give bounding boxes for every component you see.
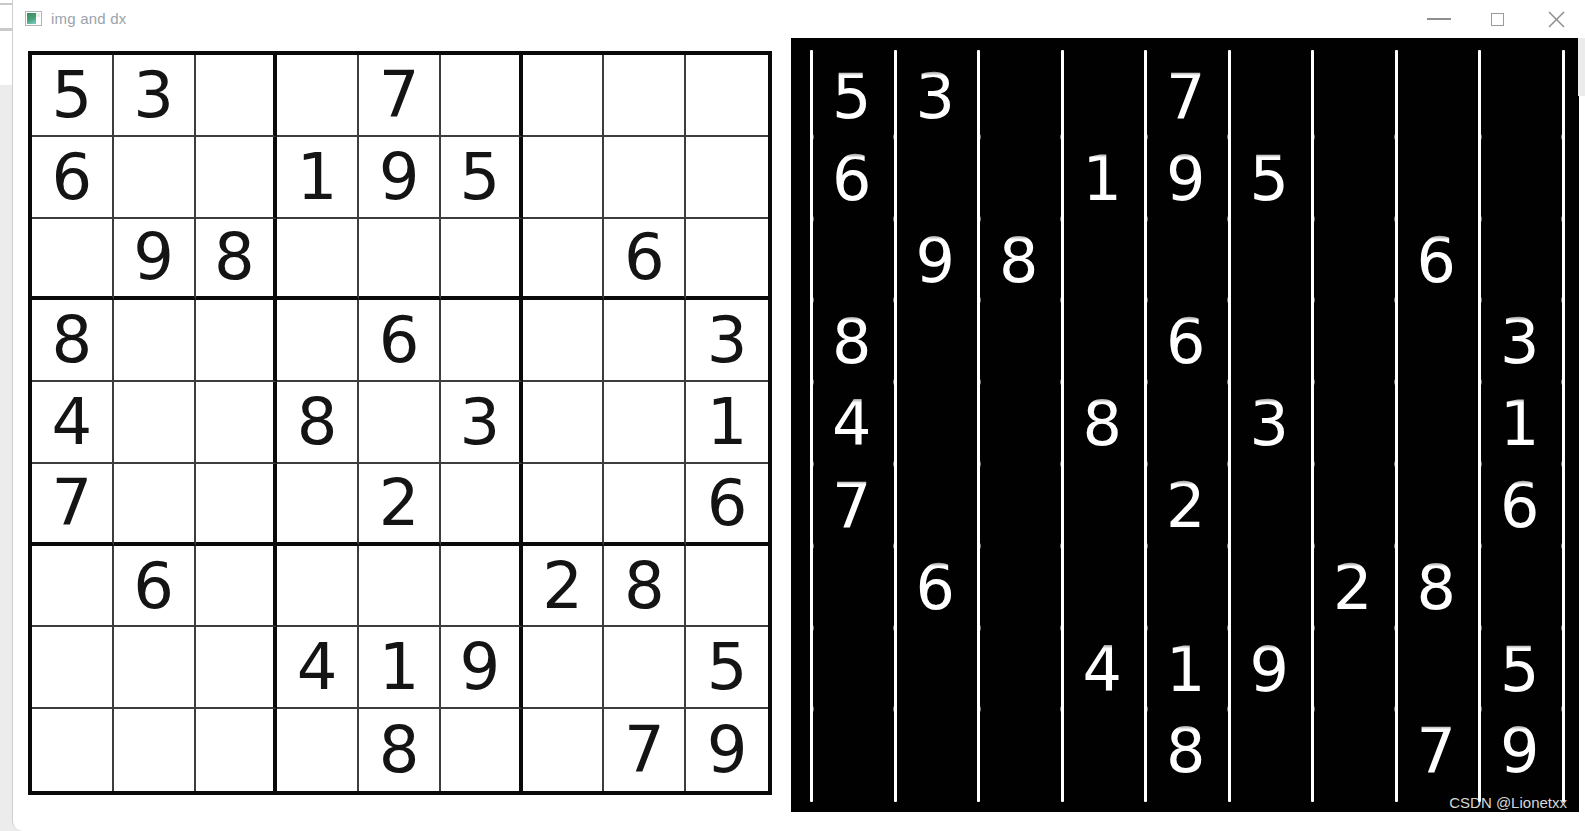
dx-digit-r8c5: 1 [1166,632,1205,705]
dx-edge-speck [1060,461,1064,467]
sudoku-cell-r5c7 [523,382,605,464]
dx-edge-speck [1060,625,1064,631]
app-image-icon-green [27,13,36,24]
dx-digit-r5c1: 4 [832,387,871,460]
dx-digit-r6c9: 6 [1500,468,1539,541]
dx-digit-r1c1: 5 [832,59,871,132]
dx-edge-speck [810,216,814,222]
dx-edge-speck [1478,706,1482,712]
dx-edge-speck [1060,379,1064,385]
sudoku-cell-r8c3 [196,627,278,709]
sudoku-cell-r7c3 [196,546,278,628]
dx-edge-speck [977,297,981,303]
sudoku-board: 537619598686348317266284195879 [28,51,772,795]
dx-edge-speck [977,625,981,631]
sudoku-cell-r6c8 [604,464,686,546]
sudoku-cell-r4c8 [604,300,686,382]
dx-edge-speck [1394,543,1398,549]
sudoku-cell-r5c4: 8 [277,382,359,464]
sudoku-cell-r2c7 [523,137,605,219]
dx-digit-r4c5: 6 [1166,305,1205,378]
sudoku-cell-r7c1 [32,546,114,628]
dx-edge-speck [1144,706,1148,712]
sudoku-cell-r6c2 [114,464,196,546]
sudoku-cell-r9c8: 7 [604,709,686,791]
sudoku-cell-r4c3 [196,300,278,382]
sudoku-cell-r8c5: 1 [359,627,441,709]
dx-edge-speck [1144,134,1148,140]
title-bar[interactable]: img and dx [13,0,1585,38]
dx-edge-speck [1394,134,1398,140]
sudoku-cell-r7c8: 8 [604,546,686,628]
sudoku-cell-r1c6 [441,55,523,137]
dx-edge-speck [1311,134,1315,140]
dx-edge-speck [1311,625,1315,631]
dx-digit-r4c9: 3 [1500,305,1539,378]
dx-edge-speck [1394,379,1398,385]
dx-digit-r8c4: 4 [1083,632,1122,705]
dx-edge-speck [1561,625,1565,631]
dx-grid-vline [977,50,980,802]
dx-digit-r8c9: 5 [1500,632,1539,705]
dx-digit-r6c1: 7 [832,468,871,541]
dx-digit-r3c3: 8 [999,223,1038,296]
dx-grid-vline [1311,50,1314,802]
dx-digit-r5c9: 1 [1500,387,1539,460]
dx-grid-vline [1228,50,1231,802]
dx-edge-speck [1478,134,1482,140]
window-title: img and dx [51,0,126,38]
sudoku-cell-r2c4: 1 [277,137,359,219]
sudoku-cell-r4c2 [114,300,196,382]
dx-digit-r1c2: 3 [916,59,955,132]
sudoku-cell-r8c8 [604,627,686,709]
dx-digit-r2c5: 9 [1166,141,1205,214]
dx-edge-speck [810,379,814,385]
close-icon [1548,11,1565,28]
minimize-icon [1427,18,1451,20]
dx-edge-speck [1561,461,1565,467]
sudoku-cell-r7c5 [359,546,441,628]
sudoku-cell-r5c6: 3 [441,382,523,464]
dx-digit-r4c1: 8 [832,305,871,378]
sudoku-cell-r6c1: 7 [32,464,114,546]
sudoku-cell-r1c5: 7 [359,55,441,137]
sudoku-cell-r6c5: 2 [359,464,441,546]
dx-edge-speck [1478,297,1482,303]
dx-edge-speck [1227,216,1231,222]
dx-edge-speck [1478,543,1482,549]
dx-edge-speck [1227,134,1231,140]
dx-edge-speck [1311,216,1315,222]
app-image-icon [25,11,42,26]
dx-grid-vline [1144,50,1147,802]
dx-edge-speck [1227,543,1231,549]
dx-edge-speck [810,297,814,303]
sudoku-cell-r4c9: 3 [686,300,768,382]
sudoku-cell-r2c2 [114,137,196,219]
sudoku-cell-r6c3 [196,464,278,546]
sudoku-cell-r4c6 [441,300,523,382]
dx-edge-speck [977,216,981,222]
dx-grid-vline [1478,50,1481,802]
sudoku-cell-r1c8 [604,55,686,137]
dx-edge-speck [1561,134,1565,140]
sudoku-cell-r9c3 [196,709,278,791]
sudoku-cell-r1c1: 5 [32,55,114,137]
sudoku-cell-r8c4: 4 [277,627,359,709]
sudoku-cell-r2c5: 9 [359,137,441,219]
dx-edge-speck [1227,625,1231,631]
sudoku-cell-r8c6: 9 [441,627,523,709]
sudoku-cell-r9c6 [441,709,523,791]
sudoku-cell-r4c5: 6 [359,300,441,382]
dx-edge-speck [1478,461,1482,467]
sudoku-cell-r3c5 [359,219,441,301]
dx-edge-speck [893,461,897,467]
dx-edge-speck [1144,379,1148,385]
dx-edge-speck [1144,216,1148,222]
sudoku-cell-r3c8: 6 [604,219,686,301]
sudoku-cell-r2c1: 6 [32,137,114,219]
sudoku-cell-r5c9: 1 [686,382,768,464]
window-controls [1409,0,1585,38]
sudoku-cell-r1c3 [196,55,278,137]
dx-edge-speck [893,625,897,631]
sudoku-cell-r6c4 [277,464,359,546]
dx-digit-r6c5: 2 [1166,468,1205,541]
close-button[interactable] [1527,0,1585,38]
dx-edge-speck [1561,379,1565,385]
dx-edge-speck [1144,543,1148,549]
dx-edge-speck [1144,461,1148,467]
sudoku-cell-r9c7 [523,709,605,791]
sudoku-cell-r5c1: 4 [32,382,114,464]
sudoku-cell-r6c6 [441,464,523,546]
dx-edge-speck [1060,216,1064,222]
dx-edge-speck [1227,461,1231,467]
sudoku-cell-r3c1 [32,219,114,301]
dx-edge-speck [1478,625,1482,631]
dx-edge-speck [1478,379,1482,385]
app-image-icon-highlight [36,13,40,17]
dx-digit-r5c6: 3 [1250,387,1289,460]
dx-edge-speck [1394,625,1398,631]
sudoku-cell-r4c4 [277,300,359,382]
sudoku-cell-r9c9: 9 [686,709,768,791]
dx-digit-r7c8: 8 [1417,550,1456,623]
dx-edge-speck [1311,706,1315,712]
sudoku-cell-r8c9: 5 [686,627,768,709]
minimize-button[interactable] [1409,0,1468,38]
sudoku-cell-r8c2 [114,627,196,709]
dx-edge-speck [977,543,981,549]
dx-edge-speck [1144,625,1148,631]
sudoku-cell-r1c7 [523,55,605,137]
sudoku-cell-r7c6 [441,546,523,628]
dx-edge-speck [810,625,814,631]
dx-edge-speck [1311,543,1315,549]
dx-edge-speck [1394,461,1398,467]
dx-digit-r5c4: 8 [1083,387,1122,460]
dx-edge-speck [810,461,814,467]
dx-edge-speck [1311,379,1315,385]
maximize-icon [1491,13,1504,26]
sudoku-cell-r3c3: 8 [196,219,278,301]
dx-digit-r7c2: 6 [916,550,955,623]
sudoku-cell-r9c5: 8 [359,709,441,791]
sudoku-cell-r3c9 [686,219,768,301]
sudoku-cell-r7c4 [277,546,359,628]
dx-digit-r2c4: 1 [1083,141,1122,214]
sudoku-cell-r6c7 [523,464,605,546]
sudoku-cell-r3c7 [523,219,605,301]
watermark: CSDN @Lionetxx [1449,793,1567,812]
dx-digit-r8c6: 9 [1250,632,1289,705]
dx-edge-speck [977,706,981,712]
sudoku-cell-r2c9 [686,137,768,219]
sudoku-cell-r4c7 [523,300,605,382]
dx-edge-speck [893,216,897,222]
dx-edge-speck [810,134,814,140]
sudoku-cell-r3c6 [441,219,523,301]
dx-edge-speck [810,543,814,549]
sudoku-cell-r1c2: 3 [114,55,196,137]
dx-edge-speck [977,134,981,140]
dx-edge-speck [977,461,981,467]
sudoku-cell-r8c1 [32,627,114,709]
dx-edge-speck [1561,543,1565,549]
dx-edge-speck [1311,297,1315,303]
sudoku-cell-r1c9 [686,55,768,137]
sudoku-cell-r5c5 [359,382,441,464]
dx-image: CSDN @Lionetxx 5376195986863483172662841… [791,38,1579,812]
sudoku-cell-r7c9 [686,546,768,628]
sudoku-cell-r5c2 [114,382,196,464]
maximize-button[interactable] [1468,0,1527,38]
dx-digit-r3c8: 6 [1417,223,1456,296]
dx-digit-r9c8: 7 [1417,714,1456,787]
sudoku-cell-r5c3 [196,382,278,464]
dx-edge-speck [1561,216,1565,222]
dx-edge-speck [1394,216,1398,222]
background-edge-patch [1578,38,1585,96]
dx-digit-r3c2: 9 [916,223,955,296]
sudoku-cell-r8c7 [523,627,605,709]
dx-digit-r2c6: 5 [1250,141,1289,214]
sudoku-cell-r2c6: 5 [441,137,523,219]
dx-edge-speck [1311,461,1315,467]
dx-grid-vline [1562,50,1565,802]
sudoku-cell-r4c1: 8 [32,300,114,382]
dx-edge-speck [893,379,897,385]
sudoku-cell-r9c4 [277,709,359,791]
sudoku-cell-r2c8 [604,137,686,219]
dx-digit-r1c5: 7 [1166,59,1205,132]
sudoku-cell-r3c2: 9 [114,219,196,301]
dx-edge-speck [893,543,897,549]
dx-digit-r2c1: 6 [832,141,871,214]
background-strip-divider [0,3,12,5]
sudoku-cell-r9c1 [32,709,114,791]
background-strip [0,31,12,85]
sudoku-cell-r9c2 [114,709,196,791]
dx-edge-speck [1060,134,1064,140]
sudoku-cell-r7c2: 6 [114,546,196,628]
dx-edge-speck [1478,216,1482,222]
sudoku-cell-r6c9: 6 [686,464,768,546]
dx-edge-speck [977,379,981,385]
dx-edge-speck [810,706,814,712]
sudoku-cell-r2c3 [196,137,278,219]
dx-edge-speck [893,134,897,140]
sudoku-cell-r7c7: 2 [523,546,605,628]
dx-edge-speck [1227,379,1231,385]
dx-grid-vline [1395,50,1398,802]
opencv-window: img and dx 53761959868634831726628419587… [12,0,1585,831]
dx-digit-r9c5: 8 [1166,714,1205,787]
dx-digit-r9c9: 9 [1500,714,1539,787]
sudoku-cell-r1c4 [277,55,359,137]
sudoku-cell-r3c4 [277,219,359,301]
dx-grid-vline [894,50,897,802]
dx-grid-vline [1061,50,1064,802]
dx-grid-vline [810,50,813,802]
dx-digit-r7c7: 2 [1333,550,1372,623]
sudoku-cell-r5c8 [604,382,686,464]
dx-edge-speck [1144,297,1148,303]
dx-edge-speck [1060,543,1064,549]
